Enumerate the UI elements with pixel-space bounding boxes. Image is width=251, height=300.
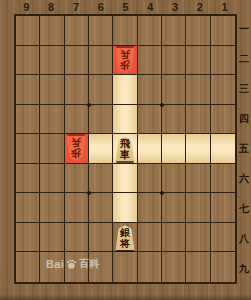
square-8e[interactable] [40,134,64,164]
file-label-7: 7 [64,1,89,13]
square-6g[interactable] [89,193,113,223]
watermark-brand: Bai [46,258,64,270]
rank-label-8: 八 [237,224,251,254]
square-4a[interactable] [138,16,162,46]
square-9f[interactable] [16,164,40,194]
piece-kanji: 歩 [71,148,81,159]
square-1b[interactable] [211,46,235,76]
piece-face: 飛車 [115,136,135,161]
file-labels: 987654321 [14,0,237,14]
square-3a[interactable] [162,16,186,46]
watermark-suffix: 百科 [79,257,100,271]
square-6a[interactable] [89,16,113,46]
square-2i[interactable] [186,252,210,282]
piece-sente-rook-5e[interactable]: 飛車 [115,136,135,161]
square-7b[interactable] [65,46,89,76]
rank-label-2: 二 [237,44,251,74]
square-6b[interactable] [89,46,113,76]
square-3d[interactable] [162,105,186,135]
file-label-5: 5 [113,1,138,13]
square-4h[interactable] [138,223,162,253]
file-label-1: 1 [212,1,237,13]
square-4g[interactable] [138,193,162,223]
square-5b[interactable]: 歩兵 [113,46,137,76]
square-5h[interactable]: 銀将 [113,223,137,253]
square-2b[interactable] [186,46,210,76]
square-7f[interactable] [65,164,89,194]
square-3g[interactable] [162,193,186,223]
star-point [87,103,91,107]
square-7d[interactable] [65,105,89,135]
file-label-4: 4 [138,1,163,13]
square-6h[interactable] [89,223,113,253]
piece-face: 銀将 [115,225,135,250]
square-9b[interactable] [16,46,40,76]
piece-sente-silver-5h[interactable]: 銀将 [115,225,135,250]
square-5d[interactable] [113,105,137,135]
square-9e[interactable] [16,134,40,164]
square-9h[interactable] [16,223,40,253]
square-9i[interactable] [16,252,40,282]
square-3f[interactable] [162,164,186,194]
file-label-2: 2 [187,1,212,13]
square-6f[interactable] [89,164,113,194]
square-9a[interactable] [16,16,40,46]
square-1h[interactable] [211,223,235,253]
file-label-3: 3 [163,1,188,13]
piece-kanji: 兵 [120,49,130,60]
square-8c[interactable] [40,75,64,105]
square-5e[interactable]: 飛車 [113,134,137,164]
rank-label-4: 四 [237,104,251,134]
star-point [87,191,91,195]
square-4b[interactable] [138,46,162,76]
piece-kanji: 歩 [120,59,130,70]
square-8a[interactable] [40,16,64,46]
square-1e[interactable] [211,134,235,164]
square-5i[interactable] [113,252,137,282]
square-1d[interactable] [211,105,235,135]
piece-face: 歩兵 [66,136,86,161]
star-point [160,103,164,107]
rank-label-3: 三 [237,74,251,104]
square-2d[interactable] [186,105,210,135]
piece-face: 歩兵 [115,48,135,73]
square-6e[interactable] [89,134,113,164]
piece-kanji: 車 [120,150,130,161]
square-8f[interactable] [40,164,64,194]
square-2f[interactable] [186,164,210,194]
square-5f[interactable] [113,164,137,194]
square-3c[interactable] [162,75,186,105]
square-7g[interactable] [65,193,89,223]
piece-gote-pawn-5b[interactable]: 歩兵 [115,48,135,73]
file-label-6: 6 [88,1,113,13]
square-6d[interactable] [89,105,113,135]
square-9c[interactable] [16,75,40,105]
shogi-diagram: 987654321 歩兵歩兵飛車銀将 一二三四五六七八九 Bai 百科 [0,0,251,300]
square-2g[interactable] [186,193,210,223]
piece-kanji: 将 [120,239,130,250]
square-8b[interactable] [40,46,64,76]
file-label-9: 9 [14,1,39,13]
square-3i[interactable] [162,252,186,282]
square-7c[interactable] [65,75,89,105]
square-2c[interactable] [186,75,210,105]
star-point [160,191,164,195]
board-grid: 歩兵歩兵飛車銀将 [16,16,235,282]
rank-label-5: 五 [237,134,251,164]
square-5a[interactable] [113,16,137,46]
rank-label-1: 一 [237,14,251,44]
square-8d[interactable] [40,105,64,135]
square-4d[interactable] [138,105,162,135]
square-1a[interactable] [211,16,235,46]
rank-labels: 一二三四五六七八九 [237,14,251,284]
baidu-watermark: Bai 百科 [46,256,100,272]
square-9d[interactable] [16,105,40,135]
square-1i[interactable] [211,252,235,282]
square-3b[interactable] [162,46,186,76]
piece-gote-pawn-7e[interactable]: 歩兵 [66,136,86,161]
square-4c[interactable] [138,75,162,105]
square-2e[interactable] [186,134,210,164]
square-6c[interactable] [89,75,113,105]
square-3h[interactable] [162,223,186,253]
square-4e[interactable] [138,134,162,164]
square-1c[interactable] [211,75,235,105]
square-2a[interactable] [186,16,210,46]
square-1f[interactable] [211,164,235,194]
square-3e[interactable] [162,134,186,164]
square-1g[interactable] [211,193,235,223]
square-9g[interactable] [16,193,40,223]
rank-label-7: 七 [237,194,251,224]
square-8g[interactable] [40,193,64,223]
rank-label-6: 六 [237,164,251,194]
square-4i[interactable] [138,252,162,282]
square-7e[interactable]: 歩兵 [65,134,89,164]
board-base-shadow [0,294,251,300]
piece-kanji: 兵 [71,137,81,148]
rank-label-9: 九 [237,254,251,284]
square-5g[interactable] [113,193,137,223]
paw-icon [66,259,77,270]
square-4f[interactable] [138,164,162,194]
file-label-8: 8 [39,1,64,13]
square-5c[interactable] [113,75,137,105]
square-7a[interactable] [65,16,89,46]
square-2h[interactable] [186,223,210,253]
shogi-board: 歩兵歩兵飛車銀将 [14,14,237,284]
square-7h[interactable] [65,223,89,253]
square-8h[interactable] [40,223,64,253]
